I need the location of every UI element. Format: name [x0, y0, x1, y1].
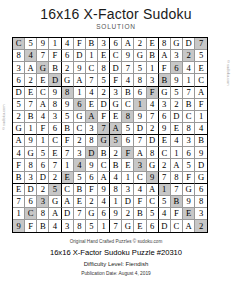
cell-r16c14: C — [171, 220, 183, 232]
cell-r13c4: 5 — [49, 184, 61, 196]
cell-r13c9: 8 — [110, 184, 122, 196]
cell-r13c10: 3 — [122, 184, 134, 196]
cell-r8c9: A — [110, 123, 122, 135]
cell-r1c5: 4 — [62, 38, 74, 50]
cell-r1c7: B — [86, 38, 98, 50]
cell-r9c16: B — [195, 135, 207, 147]
cell-r10c11: A — [134, 147, 146, 159]
cell-r6c7: E — [86, 99, 98, 111]
cell-r8c3: F — [37, 123, 49, 135]
footer-difficulty-line: Difficulty Level: Fiendish — [0, 261, 232, 267]
cell-r13c15: G — [183, 184, 195, 196]
cell-r5c10: B — [122, 87, 134, 99]
cell-r8c12: 2 — [147, 123, 159, 135]
cell-r8c11: D — [134, 123, 146, 135]
cell-r3c16: E — [195, 62, 207, 74]
cell-r12c10: 1 — [122, 172, 134, 184]
cell-r8c6: C — [74, 123, 86, 135]
cell-r16c1: 9 — [13, 220, 25, 232]
cell-r12c14: 8 — [171, 172, 183, 184]
cell-r7c4: 3 — [49, 111, 61, 123]
cell-r9c9: 5 — [110, 135, 122, 147]
cell-r6c14: 2 — [171, 99, 183, 111]
cell-r10c12: 8 — [147, 147, 159, 159]
cell-r2c13: A — [159, 50, 171, 62]
cell-r11c13: 2 — [159, 159, 171, 171]
cell-r5c3: C — [37, 87, 49, 99]
cell-r9c5: F — [62, 135, 74, 147]
cell-r13c16: 6 — [195, 184, 207, 196]
cell-r11c7: 9 — [86, 159, 98, 171]
page-subtitle: SOLUTION — [0, 23, 232, 30]
cell-r1c14: G — [171, 38, 183, 50]
cell-r5c14: 5 — [171, 87, 183, 99]
cell-r12c1: B — [13, 172, 25, 184]
cell-r8c7: 3 — [86, 123, 98, 135]
cell-r2c4: F — [49, 50, 61, 62]
cell-r9c14: 4 — [171, 135, 183, 147]
cell-r3c3: G — [37, 62, 49, 74]
cell-r11c15: 5 — [183, 159, 195, 171]
cell-r13c8: 9 — [98, 184, 110, 196]
cell-r5c1: D — [13, 87, 25, 99]
cell-r2c7: 1 — [86, 50, 98, 62]
cell-r2c12: B — [147, 50, 159, 62]
cell-r1c1: C — [13, 38, 25, 50]
cell-r14c2: 6 — [25, 196, 37, 208]
cell-r1c9: 6 — [110, 38, 122, 50]
cell-r15c1: 1 — [13, 208, 25, 220]
cell-r14c9: 1 — [110, 196, 122, 208]
cell-r4c2: 2 — [25, 74, 37, 86]
cell-r11c12: G — [147, 159, 159, 171]
cell-r10c9: 2 — [110, 147, 122, 159]
cell-r15c5: D — [62, 208, 74, 220]
cell-r1c8: 3 — [98, 38, 110, 50]
cell-r10c3: 5 — [37, 147, 49, 159]
cell-r8c10: 5 — [122, 123, 134, 135]
cell-r10c6: 3 — [74, 147, 86, 159]
cell-r2c15: 2 — [183, 50, 195, 62]
page-title: 16x16 X-Factor Sudoku — [0, 6, 232, 22]
cell-r6c11: 1 — [134, 99, 146, 111]
cell-r6c5: 9 — [62, 99, 74, 111]
cell-r13c13: 1 — [159, 184, 171, 196]
cell-r14c8: 4 — [98, 196, 110, 208]
footer-puzzle-line: 16x16 X-Factor Sudoku Puzzle #20310 — [0, 248, 232, 257]
cell-r13c7: F — [86, 184, 98, 196]
cell-r14c16: 8 — [195, 196, 207, 208]
cell-r16c2: F — [25, 220, 37, 232]
cell-r7c10: 8 — [122, 111, 134, 123]
cell-r15c10: 2 — [122, 208, 134, 220]
cell-r13c14: 7 — [171, 184, 183, 196]
cell-r12c9: 4 — [110, 172, 122, 184]
cell-r14c7: 2 — [86, 196, 98, 208]
cell-r16c5: 3 — [62, 220, 74, 232]
cell-r6c16: F — [195, 99, 207, 111]
cell-r10c10: F — [122, 147, 134, 159]
cell-r13c11: 4 — [134, 184, 146, 196]
cell-r5c9: 3 — [110, 87, 122, 99]
cell-r12c6: 5 — [74, 172, 86, 184]
footer-pubdate-line: Publication Date: August 4, 2019 — [0, 271, 232, 276]
cell-r16c16: 2 — [195, 220, 207, 232]
cell-r11c14: A — [171, 159, 183, 171]
cell-r7c14: D — [171, 111, 183, 123]
cell-r14c1: 7 — [13, 196, 25, 208]
cell-r3c13: F — [159, 62, 171, 74]
cell-r16c6: 8 — [74, 220, 86, 232]
cell-r12c16: G — [195, 172, 207, 184]
cell-r12c7: 6 — [86, 172, 98, 184]
cell-r9c10: 6 — [122, 135, 134, 147]
cell-r6c10: C — [122, 99, 134, 111]
cell-r12c11: C — [134, 172, 146, 184]
cell-r16c8: 1 — [98, 220, 110, 232]
cell-r8c15: 8 — [183, 123, 195, 135]
cell-r5c11: 6 — [134, 87, 146, 99]
cell-r4c15: 1 — [183, 74, 195, 86]
cell-r9c3: 1 — [37, 135, 49, 147]
cell-r12c2: 3 — [25, 172, 37, 184]
cell-r10c1: 4 — [13, 147, 25, 159]
cell-r11c4: 7 — [49, 159, 61, 171]
cell-r13c5: C — [62, 184, 74, 196]
cell-r9c6: 2 — [74, 135, 86, 147]
cell-r11c3: 6 — [37, 159, 49, 171]
cell-r5c7: 4 — [86, 87, 98, 99]
cell-r16c15: A — [183, 220, 195, 232]
cell-r15c8: 6 — [98, 208, 110, 220]
cell-r10c4: E — [49, 147, 61, 159]
cell-r3c11: 5 — [134, 62, 146, 74]
cell-r6c1: 5 — [13, 99, 25, 111]
cell-r2c9: C — [110, 50, 122, 62]
cell-r6c2: 7 — [25, 99, 37, 111]
cell-r1c16: 7 — [195, 38, 207, 50]
cell-r7c13: 6 — [159, 111, 171, 123]
cell-r4c16: C — [195, 74, 207, 86]
cell-r8c5: B — [62, 123, 74, 135]
cell-r3c2: A — [25, 62, 37, 74]
cell-r15c9: 9 — [110, 208, 122, 220]
cell-r3c12: 1 — [147, 62, 159, 74]
cell-r11c10: E — [122, 159, 134, 171]
cell-r10c14: 1 — [171, 147, 183, 159]
cell-r8c14: E — [171, 123, 183, 135]
cell-r3c15: 4 — [183, 62, 195, 74]
cell-r2c1: 8 — [13, 50, 25, 62]
cell-r6c9: G — [110, 99, 122, 111]
cell-r16c11: E — [134, 220, 146, 232]
cell-r13c12: A — [147, 184, 159, 196]
cell-r4c4: D — [49, 74, 61, 86]
cell-r13c2: D — [25, 184, 37, 196]
cell-r6c8: D — [98, 99, 110, 111]
cell-r14c14: B — [171, 196, 183, 208]
cell-r3c9: D — [110, 62, 122, 74]
cell-r7c1: 2 — [13, 111, 25, 123]
cell-r1c11: 2 — [134, 38, 146, 50]
cell-r3c14: 6 — [171, 62, 183, 74]
cell-r7c7: A — [86, 111, 98, 123]
cell-r5c2: E — [25, 87, 37, 99]
cell-r14c3: 3 — [37, 196, 49, 208]
cell-r6c12: 4 — [147, 99, 159, 111]
cell-r14c4: G — [49, 196, 61, 208]
cell-r8c4: 6 — [49, 123, 61, 135]
cell-r1c2: 5 — [25, 38, 37, 50]
cell-r16c3: B — [37, 220, 49, 232]
cell-r4c3: E — [37, 74, 49, 86]
cell-r4c11: 8 — [134, 74, 146, 86]
cell-r9c15: 3 — [183, 135, 195, 147]
cell-r14c13: 5 — [159, 196, 171, 208]
cell-r8c8: 7 — [98, 123, 110, 135]
cell-r14c10: D — [122, 196, 134, 208]
cell-r2c2: 4 — [25, 50, 37, 62]
cell-r2c8: E — [98, 50, 110, 62]
cell-r11c8: C — [98, 159, 110, 171]
cell-r5c5: 8 — [62, 87, 74, 99]
cell-r4c8: 5 — [98, 74, 110, 86]
cell-r12c4: 2 — [49, 172, 61, 184]
cell-r10c16: 9 — [195, 147, 207, 159]
cell-r13c1: E — [13, 184, 25, 196]
cell-r12c13: 7 — [159, 172, 171, 184]
cell-r8c1: G — [13, 123, 25, 135]
cell-r9c1: A — [13, 135, 25, 147]
page: 16x16 X-Factor Sudoku SOLUTION C5914FB36… — [0, 0, 232, 300]
cell-r6c13: 3 — [159, 99, 171, 111]
cell-r5c4: 9 — [49, 87, 61, 99]
cell-r7c9: E — [110, 111, 122, 123]
cell-r7c12: 7 — [147, 111, 159, 123]
cell-r12c5: E — [62, 172, 74, 184]
cell-r9c12: D — [147, 135, 159, 147]
cell-r8c2: 1 — [25, 123, 37, 135]
cell-r14c6: E — [74, 196, 86, 208]
cell-r16c13: D — [159, 220, 171, 232]
cell-r11c6: 4 — [74, 159, 86, 171]
cell-r2c6: D — [74, 50, 86, 62]
cell-r3c5: 2 — [62, 62, 74, 74]
cell-r14c12: C — [147, 196, 159, 208]
cell-r5c12: F — [147, 87, 159, 99]
cell-r9c11: 7 — [134, 135, 146, 147]
cell-r11c11: 3 — [134, 159, 146, 171]
cell-r3c6: 9 — [74, 62, 86, 74]
cell-r16c10: G — [122, 220, 134, 232]
cell-r15c11: B — [134, 208, 146, 220]
cell-r12c3: D — [37, 172, 49, 184]
cell-r4c14: 9 — [171, 74, 183, 86]
cell-r4c5: G — [62, 74, 74, 86]
cell-r3c1: 3 — [13, 62, 25, 74]
cell-r2c16: 5 — [195, 50, 207, 62]
cell-r15c15: E — [183, 208, 195, 220]
cell-r15c2: C — [25, 208, 37, 220]
cell-r2c14: 3 — [171, 50, 183, 62]
side-text-right: © sudoku.com — [226, 60, 231, 86]
cell-r14c15: 9 — [183, 196, 195, 208]
cell-r1c6: F — [74, 38, 86, 50]
cell-r7c3: 4 — [37, 111, 49, 123]
cell-r13c6: B — [74, 184, 86, 196]
cell-r4c13: B — [159, 74, 171, 86]
cell-r2c5: 6 — [62, 50, 74, 62]
cell-r15c3: 8 — [37, 208, 49, 220]
cell-r15c7: G — [86, 208, 98, 220]
cell-r14c11: F — [134, 196, 146, 208]
footer-credit: Original Hand Crafted Puzzles © sudoku.c… — [0, 239, 232, 244]
cell-r6c15: B — [183, 99, 195, 111]
cell-r7c11: 9 — [134, 111, 146, 123]
cell-r10c8: B — [98, 147, 110, 159]
cell-r1c15: D — [183, 38, 195, 50]
cell-r1c12: E — [147, 38, 159, 50]
cell-r5c13: G — [159, 87, 171, 99]
cell-r15c4: A — [49, 208, 61, 220]
cell-r11c5: 1 — [62, 159, 74, 171]
cell-r10c13: C — [159, 147, 171, 159]
cell-r4c9: F — [110, 74, 122, 86]
cell-r4c10: 4 — [122, 74, 134, 86]
cell-r9c2: 9 — [25, 135, 37, 147]
cell-r11c2: 8 — [25, 159, 37, 171]
cell-r2c10: 9 — [122, 50, 134, 62]
cell-r16c12: 6 — [147, 220, 159, 232]
cell-r12c12: 9 — [147, 172, 159, 184]
cell-r15c6: 7 — [74, 208, 86, 220]
cell-r5c8: 2 — [98, 87, 110, 99]
cell-r1c4: 1 — [49, 38, 61, 50]
cell-r2c11: G — [134, 50, 146, 62]
cell-r1c13: 8 — [159, 38, 171, 50]
cell-r16c9: 7 — [110, 220, 122, 232]
cell-r8c13: 9 — [159, 123, 171, 135]
cell-r7c8: F — [98, 111, 110, 123]
cell-r9c13: E — [159, 135, 171, 147]
cell-r16c4: 4 — [49, 220, 61, 232]
cell-r6c3: A — [37, 99, 49, 111]
cell-r4c12: 3 — [147, 74, 159, 86]
cell-r7c16: 1 — [195, 111, 207, 123]
cell-r3c4: B — [49, 62, 61, 74]
cell-r14c5: A — [62, 196, 74, 208]
cell-r11c9: B — [110, 159, 122, 171]
cell-r10c2: G — [25, 147, 37, 159]
cell-r15c16: 3 — [195, 208, 207, 220]
cell-r13c3: 2 — [37, 184, 49, 196]
cell-r7c15: C — [183, 111, 195, 123]
cell-r10c5: 7 — [62, 147, 74, 159]
cell-r6c4: 8 — [49, 99, 61, 111]
cell-r5c16: A — [195, 87, 207, 99]
cell-r12c15: F — [183, 172, 195, 184]
cell-r11c16: D — [195, 159, 207, 171]
cell-r9c4: C — [49, 135, 61, 147]
cell-r6c6: 6 — [74, 99, 86, 111]
cell-r2c3: 7 — [37, 50, 49, 62]
cell-r7c2: B — [25, 111, 37, 123]
cell-r9c8: G — [98, 135, 110, 147]
cell-r4c1: 6 — [13, 74, 25, 86]
cell-r3c8: 8 — [98, 62, 110, 74]
cell-r15c13: 4 — [159, 208, 171, 220]
cell-r5c6: 1 — [74, 87, 86, 99]
cell-r15c12: 5 — [147, 208, 159, 220]
cell-r1c3: 9 — [37, 38, 49, 50]
cell-r15c14: F — [171, 208, 183, 220]
side-text-left: © sudoku.com — [1, 104, 6, 130]
cell-r7c6: G — [74, 111, 86, 123]
cell-r3c10: 7 — [122, 62, 134, 74]
cell-r7c5: 5 — [62, 111, 74, 123]
cell-r5c15: 7 — [183, 87, 195, 99]
cell-r16c7: 5 — [86, 220, 98, 232]
cell-r8c16: 4 — [195, 123, 207, 135]
cell-r1c10: A — [122, 38, 134, 50]
cell-r11c1: F — [13, 159, 25, 171]
cell-r4c6: A — [74, 74, 86, 86]
cell-r4c7: 7 — [86, 74, 98, 86]
cell-r3c7: C — [86, 62, 98, 74]
cell-r10c7: D — [86, 147, 98, 159]
cell-r10c15: 6 — [183, 147, 195, 159]
sudoku-board: C5914FB36A2E8GD7847F6D1EC9GBA3253AGB29C8… — [12, 37, 208, 233]
cell-r9c7: 8 — [86, 135, 98, 147]
cell-r12c8: A — [98, 172, 110, 184]
